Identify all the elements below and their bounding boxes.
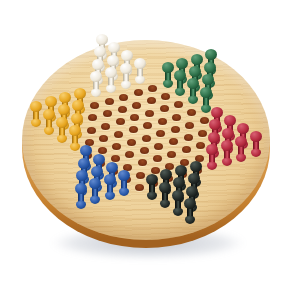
board-hole[interactable]: [185, 122, 194, 129]
peg-white[interactable]: [104, 67, 118, 93]
peg-base: [90, 196, 100, 204]
peg-base: [188, 96, 198, 104]
peg-base: [236, 154, 246, 162]
peg-red[interactable]: [249, 131, 263, 157]
peg-ball-top: [94, 46, 106, 57]
board-hole[interactable]: [90, 102, 99, 109]
peg-ball-top: [104, 174, 116, 185]
peg-base: [106, 85, 116, 93]
board-hole[interactable]: [119, 94, 128, 101]
peg-ball-top: [184, 198, 196, 209]
peg-blue[interactable]: [117, 170, 131, 196]
board-hole[interactable]: [156, 130, 165, 137]
peg-base: [121, 81, 131, 89]
board-hole[interactable]: [135, 184, 144, 191]
peg-ball-top: [80, 145, 92, 156]
board-hole[interactable]: [145, 110, 154, 117]
peg-black[interactable]: [183, 198, 197, 224]
board-hole[interactable]: [130, 114, 139, 121]
chinese-checkers-photo: [0, 0, 290, 290]
peg-white[interactable]: [119, 63, 133, 89]
peg-base: [57, 135, 67, 143]
peg-base: [135, 76, 145, 84]
peg-white[interactable]: [89, 71, 103, 97]
peg-ball-top: [204, 62, 216, 73]
peg-ball-top: [202, 74, 214, 85]
board-hole[interactable]: [101, 123, 110, 130]
peg-ball-top: [159, 182, 171, 193]
peg-base: [147, 192, 157, 200]
peg-ball-top: [90, 71, 102, 82]
board-hole[interactable]: [143, 122, 152, 129]
peg-ball-top: [191, 54, 203, 65]
peg-base: [91, 89, 101, 97]
board-hole[interactable]: [103, 110, 112, 117]
peg-ball-top: [175, 165, 187, 176]
peg-base: [119, 188, 129, 196]
peg-base: [44, 127, 54, 135]
board-hole[interactable]: [174, 101, 183, 108]
board-hole[interactable]: [112, 143, 121, 150]
peg-red[interactable]: [234, 136, 248, 162]
board-hole[interactable]: [138, 159, 147, 166]
board-hole[interactable]: [125, 151, 134, 158]
peg-ball-top: [134, 58, 146, 69]
board-hole[interactable]: [105, 98, 114, 105]
peg-ball-top: [205, 49, 217, 60]
peg-base: [175, 88, 185, 96]
peg-ball-top: [160, 169, 172, 180]
peg-ball-top: [89, 178, 101, 189]
board-hole[interactable]: [171, 126, 180, 133]
peg-blue[interactable]: [88, 178, 102, 204]
peg-ball-top: [72, 100, 84, 111]
board-hole[interactable]: [160, 105, 169, 112]
board-hole[interactable]: [99, 135, 108, 142]
peg-ball-top: [43, 109, 55, 120]
peg-base: [105, 192, 115, 200]
peg-ball-top: [187, 78, 199, 89]
peg-ball-top: [121, 50, 133, 61]
peg-ball-top: [172, 190, 184, 201]
peg-blue[interactable]: [74, 183, 88, 209]
board-hole[interactable]: [132, 102, 141, 109]
board-hole[interactable]: [182, 146, 191, 153]
peg-ball-top: [107, 55, 119, 66]
peg-white[interactable]: [133, 58, 147, 84]
peg-ball-top: [162, 62, 174, 73]
peg-ball-top: [208, 132, 220, 143]
board-hole[interactable]: [134, 89, 143, 96]
peg-ball-top: [206, 144, 218, 155]
peg-ball-top: [96, 34, 108, 45]
peg-ball-top: [93, 154, 105, 165]
peg-ball-top: [186, 186, 198, 197]
peg-ball-top: [189, 66, 201, 77]
peg-ball-top: [30, 101, 42, 112]
board-hole[interactable]: [172, 114, 181, 121]
peg-red[interactable]: [205, 144, 219, 170]
peg-ball-top: [173, 177, 185, 188]
peg-ball-top: [120, 63, 132, 74]
peg-ball-top: [188, 173, 200, 184]
peg-ball-top: [108, 42, 120, 53]
peg-base: [31, 119, 41, 127]
board-hole[interactable]: [116, 118, 125, 125]
peg-base: [163, 80, 173, 88]
peg-base: [76, 201, 86, 209]
board-hole[interactable]: [88, 114, 97, 121]
peg-ball-top: [56, 117, 68, 128]
board-hole[interactable]: [147, 97, 156, 104]
peg-ball-top: [200, 87, 212, 98]
board-hole[interactable]: [114, 131, 123, 138]
peg-ball-top: [174, 70, 186, 81]
peg-ball-top: [221, 140, 233, 151]
peg-ball-top: [146, 174, 158, 185]
peg-base: [251, 149, 261, 157]
board-hole[interactable]: [167, 151, 176, 158]
peg-base: [207, 162, 217, 170]
peg-base: [185, 216, 195, 224]
peg-ball-top: [176, 58, 188, 69]
peg-ball-top: [222, 128, 234, 139]
peg-ball-top: [71, 113, 83, 124]
peg-ball-top: [250, 131, 262, 142]
board-hole[interactable]: [153, 155, 162, 162]
peg-base: [173, 208, 183, 216]
peg-ball-top: [209, 119, 221, 130]
peg-ball-top: [106, 162, 118, 173]
peg-ball-top: [69, 125, 81, 136]
peg-blue[interactable]: [103, 174, 117, 200]
star-hole-grid: [0, 0, 290, 290]
board-hole[interactable]: [148, 85, 157, 92]
board-hole[interactable]: [161, 93, 170, 100]
peg-ball-top: [92, 59, 104, 70]
board-hole[interactable]: [142, 135, 151, 142]
peg-ball-top: [237, 123, 249, 134]
peg-ball-top: [74, 88, 86, 99]
board-hole[interactable]: [127, 139, 136, 146]
peg-red[interactable]: [220, 140, 234, 166]
board-hole[interactable]: [140, 147, 149, 154]
peg-ball-top: [75, 183, 87, 194]
board-hole[interactable]: [184, 134, 193, 141]
peg-base: [160, 200, 170, 208]
peg-ball-top: [76, 170, 88, 181]
peg-ball-top: [211, 107, 223, 118]
peg-ball-top: [91, 166, 103, 177]
peg-ball-top: [224, 115, 236, 126]
peg-ball-top: [58, 104, 70, 115]
peg-base: [222, 158, 232, 166]
peg-ball-top: [190, 161, 202, 172]
board-hole[interactable]: [169, 138, 178, 145]
board-hole[interactable]: [158, 118, 167, 125]
peg-ball-top: [78, 158, 90, 169]
peg-ball-top: [45, 96, 57, 107]
peg-ball-top: [118, 170, 130, 181]
board-hole[interactable]: [118, 106, 127, 113]
peg-ball-top: [105, 67, 117, 78]
peg-ball-top: [235, 136, 247, 147]
board-hole[interactable]: [87, 127, 96, 134]
board-hole[interactable]: [154, 143, 163, 150]
board-hole[interactable]: [187, 109, 196, 116]
peg-ball-top: [59, 92, 71, 103]
board-hole[interactable]: [129, 126, 138, 133]
